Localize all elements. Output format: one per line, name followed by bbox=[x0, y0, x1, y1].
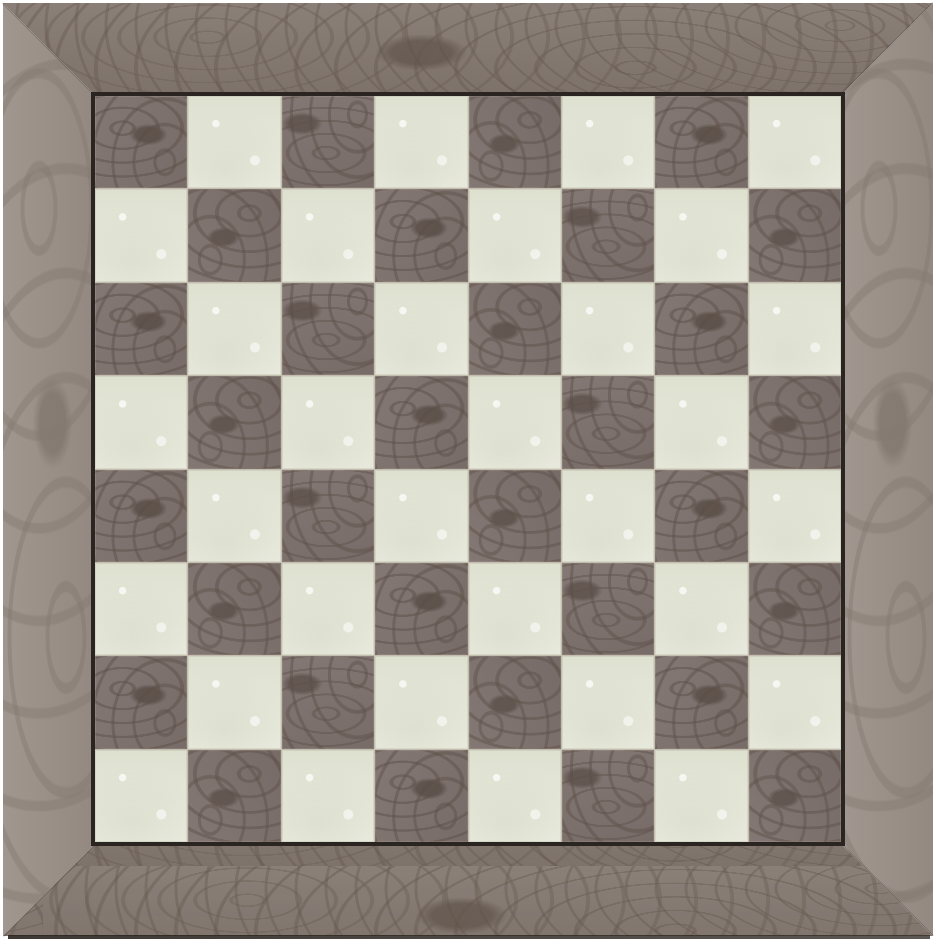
square-a3[interactable] bbox=[95, 563, 187, 655]
square-e4[interactable] bbox=[469, 470, 561, 562]
square-g4[interactable] bbox=[655, 470, 747, 562]
square-d7[interactable] bbox=[375, 189, 467, 281]
square-h6[interactable] bbox=[749, 283, 841, 375]
square-h8[interactable] bbox=[749, 96, 841, 188]
square-a8[interactable] bbox=[95, 96, 187, 188]
square-g1[interactable] bbox=[655, 750, 747, 842]
square-d3[interactable] bbox=[375, 563, 467, 655]
square-d4[interactable] bbox=[375, 470, 467, 562]
square-b5[interactable] bbox=[188, 376, 280, 468]
square-a6[interactable] bbox=[95, 283, 187, 375]
square-h2[interactable] bbox=[749, 656, 841, 748]
frame-right-stile bbox=[843, 3, 933, 936]
square-f4[interactable] bbox=[562, 470, 654, 562]
square-e3[interactable] bbox=[469, 563, 561, 655]
frame-left-stile bbox=[3, 3, 93, 936]
square-e5[interactable] bbox=[469, 376, 561, 468]
square-g2[interactable] bbox=[655, 656, 747, 748]
square-g8[interactable] bbox=[655, 96, 747, 188]
playing-field-border bbox=[91, 92, 845, 846]
chessboard bbox=[95, 96, 841, 842]
square-c8[interactable] bbox=[282, 96, 374, 188]
square-b4[interactable] bbox=[188, 470, 280, 562]
square-d1[interactable] bbox=[375, 750, 467, 842]
square-d5[interactable] bbox=[375, 376, 467, 468]
square-g6[interactable] bbox=[655, 283, 747, 375]
square-g5[interactable] bbox=[655, 376, 747, 468]
square-a2[interactable] bbox=[95, 656, 187, 748]
square-g3[interactable] bbox=[655, 563, 747, 655]
square-f3[interactable] bbox=[562, 563, 654, 655]
square-b6[interactable] bbox=[188, 283, 280, 375]
square-f5[interactable] bbox=[562, 376, 654, 468]
square-a5[interactable] bbox=[95, 376, 187, 468]
square-c1[interactable] bbox=[282, 750, 374, 842]
square-c6[interactable] bbox=[282, 283, 374, 375]
square-a1[interactable] bbox=[95, 750, 187, 842]
square-b8[interactable] bbox=[188, 96, 280, 188]
square-f7[interactable] bbox=[562, 189, 654, 281]
square-e7[interactable] bbox=[469, 189, 561, 281]
square-f6[interactable] bbox=[562, 283, 654, 375]
square-b7[interactable] bbox=[188, 189, 280, 281]
square-f2[interactable] bbox=[562, 656, 654, 748]
square-h1[interactable] bbox=[749, 750, 841, 842]
square-b3[interactable] bbox=[188, 563, 280, 655]
square-d8[interactable] bbox=[375, 96, 467, 188]
square-e1[interactable] bbox=[469, 750, 561, 842]
square-c2[interactable] bbox=[282, 656, 374, 748]
square-a4[interactable] bbox=[95, 470, 187, 562]
square-f1[interactable] bbox=[562, 750, 654, 842]
square-h7[interactable] bbox=[749, 189, 841, 281]
square-c3[interactable] bbox=[282, 563, 374, 655]
square-c7[interactable] bbox=[282, 189, 374, 281]
frame-top-rail bbox=[3, 3, 933, 93]
square-e2[interactable] bbox=[469, 656, 561, 748]
square-h3[interactable] bbox=[749, 563, 841, 655]
square-d2[interactable] bbox=[375, 656, 467, 748]
square-c5[interactable] bbox=[282, 376, 374, 468]
square-b1[interactable] bbox=[188, 750, 280, 842]
square-a7[interactable] bbox=[95, 189, 187, 281]
square-e6[interactable] bbox=[469, 283, 561, 375]
square-d6[interactable] bbox=[375, 283, 467, 375]
chessboard-photo bbox=[0, 0, 936, 939]
square-e8[interactable] bbox=[469, 96, 561, 188]
square-h4[interactable] bbox=[749, 470, 841, 562]
square-c4[interactable] bbox=[282, 470, 374, 562]
square-f8[interactable] bbox=[562, 96, 654, 188]
square-b2[interactable] bbox=[188, 656, 280, 748]
frame-bottom-rail bbox=[3, 846, 933, 936]
square-h5[interactable] bbox=[749, 376, 841, 468]
square-g7[interactable] bbox=[655, 189, 747, 281]
